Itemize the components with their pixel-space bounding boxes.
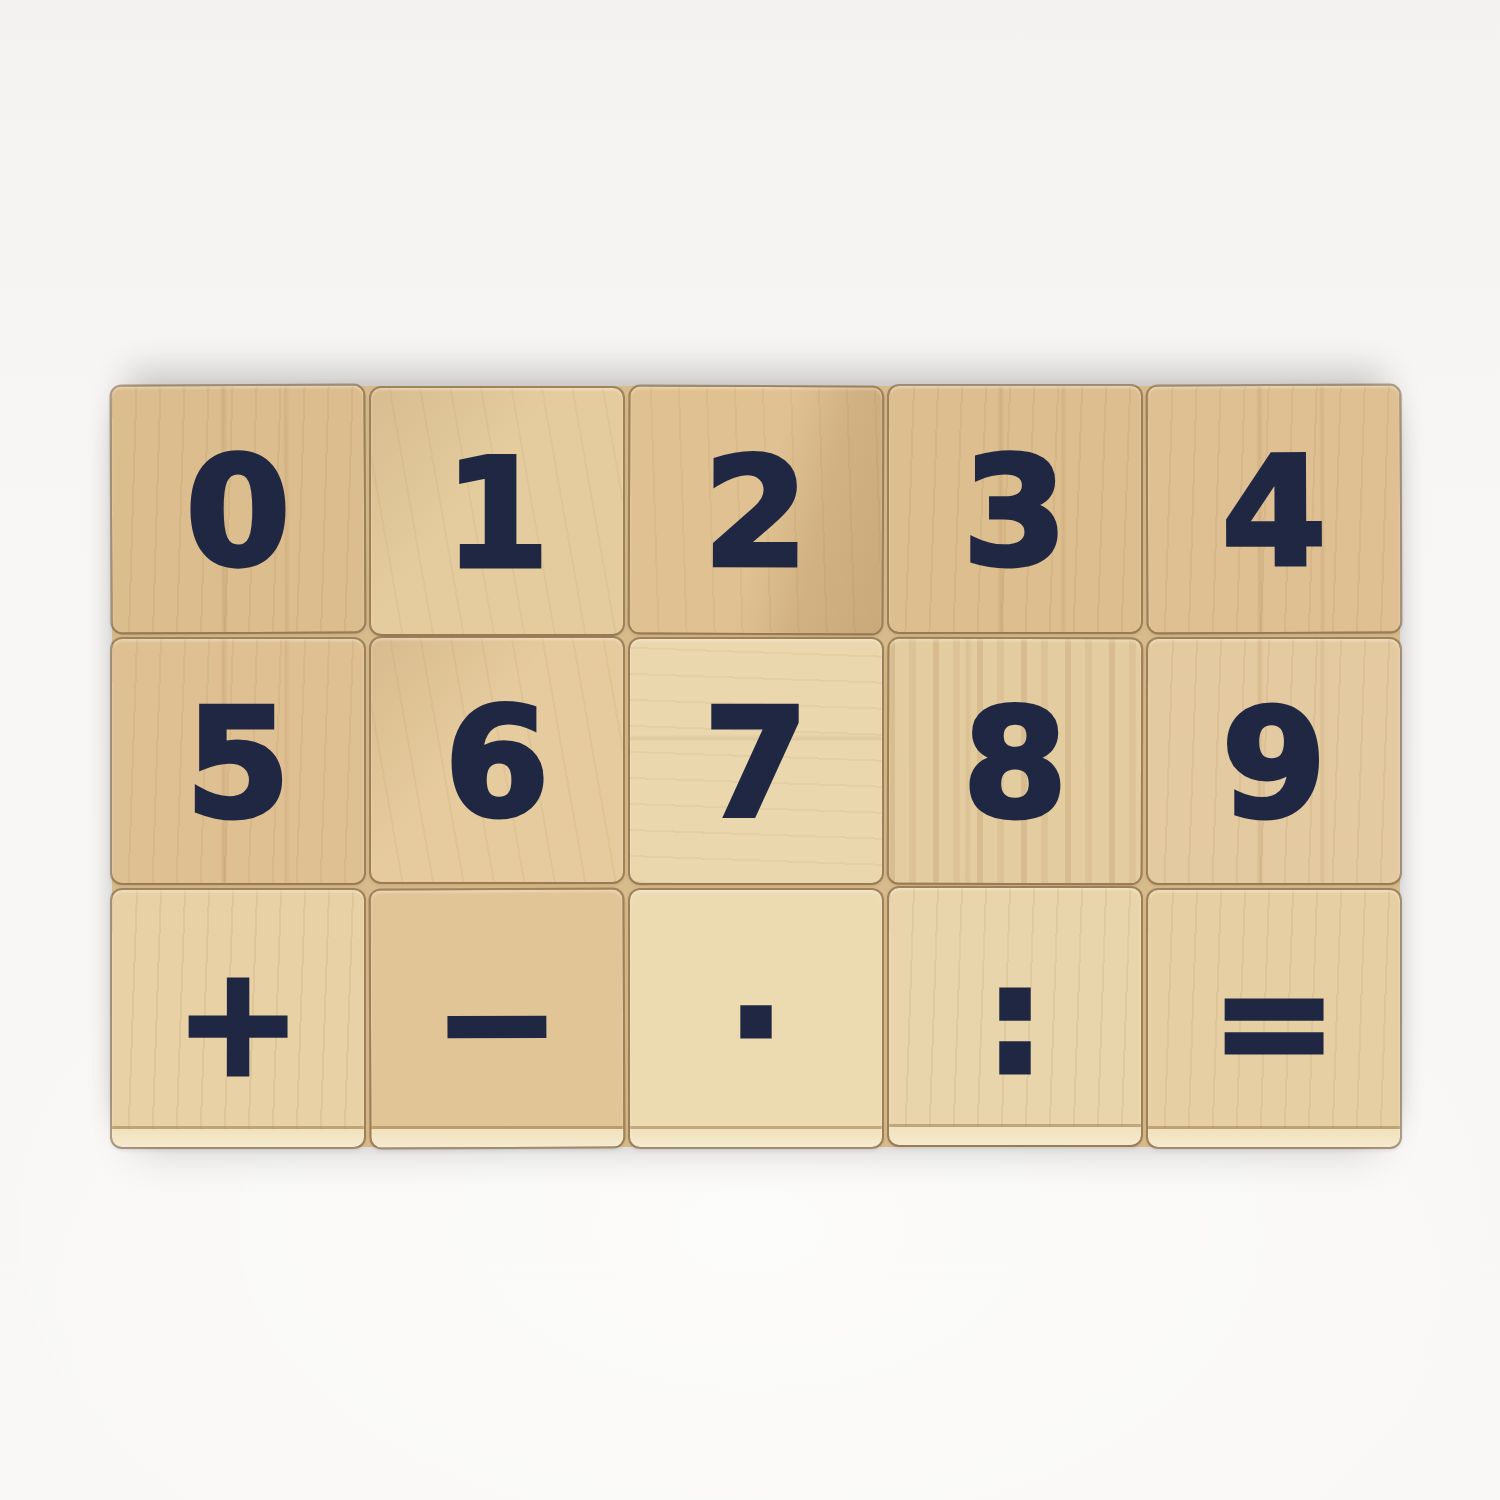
tile-board: 0 1 2 3 4 5 6 7 8 9 + − · : = bbox=[112, 386, 1400, 1147]
tile-plus[interactable]: + bbox=[112, 890, 364, 1147]
tile-1[interactable]: 1 bbox=[371, 388, 623, 634]
tile-7[interactable]: 7 bbox=[630, 639, 882, 883]
tile-6[interactable]: 6 bbox=[371, 638, 623, 882]
tile-2[interactable]: 2 bbox=[630, 387, 883, 634]
divide-colon-glyph: : bbox=[985, 945, 1045, 1095]
tile-2-glyph: 2 bbox=[704, 438, 809, 588]
tile-divide[interactable]: : bbox=[889, 888, 1141, 1145]
tile-3-glyph: 3 bbox=[963, 437, 1067, 587]
tile-6-glyph: 6 bbox=[445, 688, 549, 838]
tile-3[interactable]: 3 bbox=[889, 386, 1141, 632]
tile-0[interactable]: 0 bbox=[111, 385, 364, 632]
tile-9-glyph: 9 bbox=[1222, 689, 1326, 839]
tile-0-glyph: 0 bbox=[185, 437, 290, 587]
tile-8[interactable]: 8 bbox=[889, 639, 1142, 884]
tile-4[interactable]: 4 bbox=[1148, 386, 1401, 633]
tile-7-glyph: 7 bbox=[704, 689, 808, 839]
tile-1-glyph: 1 bbox=[445, 439, 549, 589]
tile-minus[interactable]: − bbox=[371, 890, 624, 1148]
plus-glyph: + bbox=[175, 947, 301, 1097]
tile-4-glyph: 4 bbox=[1222, 437, 1327, 587]
tile-5[interactable]: 5 bbox=[112, 639, 364, 883]
tile-5-glyph: 5 bbox=[186, 689, 290, 839]
multiply-dot-glyph: · bbox=[728, 947, 785, 1097]
tile-8-glyph: 8 bbox=[963, 689, 1068, 839]
minus-glyph: − bbox=[434, 946, 560, 1096]
photo-background: 0 1 2 3 4 5 6 7 8 9 + − · : = bbox=[0, 0, 1500, 1500]
tile-9[interactable]: 9 bbox=[1148, 639, 1400, 883]
tile-equals[interactable]: = bbox=[1148, 890, 1400, 1147]
equals-glyph: = bbox=[1211, 947, 1337, 1097]
tile-multiply[interactable]: · bbox=[630, 890, 882, 1147]
